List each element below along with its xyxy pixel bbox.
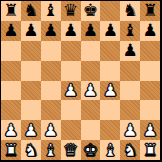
square-c4[interactable] [41, 81, 61, 101]
square-e6[interactable] [81, 41, 101, 61]
square-g5[interactable] [120, 61, 140, 81]
square-b4[interactable] [21, 81, 41, 101]
white-pawn-c2[interactable]: ♟ [43, 121, 58, 138]
white-bishop-f1[interactable]: ♝ [103, 141, 118, 158]
square-h5[interactable] [140, 61, 160, 81]
square-d2[interactable] [61, 120, 81, 140]
black-bishop-c8[interactable]: ♝ [43, 2, 58, 19]
black-queen-d8[interactable]: ♛ [63, 2, 78, 19]
square-f3[interactable] [100, 100, 120, 120]
square-h4[interactable] [140, 81, 160, 101]
square-g4[interactable] [120, 81, 140, 101]
square-e4[interactable]: ♟ [81, 81, 101, 101]
white-knight-b1[interactable]: ♞ [23, 141, 38, 158]
white-king-e1[interactable]: ♚ [83, 141, 98, 158]
square-b3[interactable] [21, 100, 41, 120]
square-e8[interactable]: ♚ [81, 1, 101, 21]
square-f1[interactable]: ♝ [100, 140, 120, 160]
square-e5[interactable] [81, 61, 101, 81]
square-e7[interactable]: ♟ [81, 21, 101, 41]
white-queen-d1[interactable]: ♛ [63, 141, 78, 158]
square-d5[interactable] [61, 61, 81, 81]
square-c6[interactable] [41, 41, 61, 61]
square-b6[interactable] [21, 41, 41, 61]
square-f4[interactable]: ♟ [100, 81, 120, 101]
square-b2[interactable]: ♟ [21, 120, 41, 140]
white-pawn-h2[interactable]: ♟ [142, 121, 157, 138]
black-knight-g8[interactable]: ♞ [123, 2, 138, 19]
black-pawn-c7[interactable]: ♟ [43, 22, 58, 39]
square-d3[interactable] [61, 100, 81, 120]
square-a2[interactable]: ♟ [1, 120, 21, 140]
square-c5[interactable] [41, 61, 61, 81]
square-h1[interactable]: ♜ [140, 140, 160, 160]
square-e3[interactable] [81, 100, 101, 120]
square-d6[interactable] [61, 41, 81, 61]
chess-board: ♜♞♝♛♚♞♜♟♟♟♟♟♟♝♟♟♟♟♟♟♟♟♟♟♜♞♝♛♚♝♞♜ [1, 1, 160, 160]
white-pawn-d4[interactable]: ♟ [63, 81, 78, 98]
square-g7[interactable]: ♝ [120, 21, 140, 41]
white-knight-g1[interactable]: ♞ [123, 141, 138, 158]
black-rook-h8[interactable]: ♜ [142, 2, 157, 19]
chess-board-frame: ♜♞♝♛♚♞♜♟♟♟♟♟♟♝♟♟♟♟♟♟♟♟♟♟♜♞♝♛♚♝♞♜ [0, 0, 162, 162]
square-c8[interactable]: ♝ [41, 1, 61, 21]
square-d7[interactable]: ♟ [61, 21, 81, 41]
square-a1[interactable]: ♜ [1, 140, 21, 160]
square-f7[interactable]: ♟ [100, 21, 120, 41]
black-pawn-e7[interactable]: ♟ [83, 22, 98, 39]
square-a6[interactable] [1, 41, 21, 61]
black-king-e8[interactable]: ♚ [83, 2, 98, 19]
square-a4[interactable] [1, 81, 21, 101]
black-pawn-h7[interactable]: ♟ [142, 22, 157, 39]
square-b1[interactable]: ♞ [21, 140, 41, 160]
square-h7[interactable]: ♟ [140, 21, 160, 41]
square-g6[interactable]: ♟ [120, 41, 140, 61]
square-d4[interactable]: ♟ [61, 81, 81, 101]
white-pawn-b2[interactable]: ♟ [23, 121, 38, 138]
square-b8[interactable]: ♞ [21, 1, 41, 21]
black-knight-b8[interactable]: ♞ [23, 2, 38, 19]
square-b5[interactable] [21, 61, 41, 81]
square-h6[interactable] [140, 41, 160, 61]
square-f2[interactable] [100, 120, 120, 140]
white-pawn-a2[interactable]: ♟ [3, 121, 18, 138]
white-pawn-e4[interactable]: ♟ [83, 81, 98, 98]
white-rook-h1[interactable]: ♜ [142, 141, 157, 158]
square-g8[interactable]: ♞ [120, 1, 140, 21]
square-d8[interactable]: ♛ [61, 1, 81, 21]
square-f5[interactable] [100, 61, 120, 81]
black-bishop-g7[interactable]: ♝ [123, 22, 138, 39]
white-pawn-g2[interactable]: ♟ [123, 121, 138, 138]
square-a7[interactable]: ♟ [1, 21, 21, 41]
black-pawn-f7[interactable]: ♟ [103, 22, 118, 39]
square-g1[interactable]: ♞ [120, 140, 140, 160]
square-c2[interactable]: ♟ [41, 120, 61, 140]
black-pawn-g6[interactable]: ♟ [123, 42, 138, 59]
black-rook-a8[interactable]: ♜ [3, 2, 18, 19]
square-g3[interactable] [120, 100, 140, 120]
square-g2[interactable]: ♟ [120, 120, 140, 140]
square-a5[interactable] [1, 61, 21, 81]
square-b7[interactable]: ♟ [21, 21, 41, 41]
square-c3[interactable] [41, 100, 61, 120]
black-pawn-a7[interactable]: ♟ [3, 22, 18, 39]
black-pawn-d7[interactable]: ♟ [63, 22, 78, 39]
white-pawn-f4[interactable]: ♟ [103, 81, 118, 98]
black-pawn-b7[interactable]: ♟ [23, 22, 38, 39]
square-e1[interactable]: ♚ [81, 140, 101, 160]
square-f8[interactable] [100, 1, 120, 21]
square-f6[interactable] [100, 41, 120, 61]
white-bishop-c1[interactable]: ♝ [43, 141, 58, 158]
white-rook-a1[interactable]: ♜ [3, 141, 18, 158]
square-c7[interactable]: ♟ [41, 21, 61, 41]
square-e2[interactable] [81, 120, 101, 140]
square-c1[interactable]: ♝ [41, 140, 61, 160]
square-d1[interactable]: ♛ [61, 140, 81, 160]
square-h3[interactable] [140, 100, 160, 120]
square-a3[interactable] [1, 100, 21, 120]
square-h8[interactable]: ♜ [140, 1, 160, 21]
square-a8[interactable]: ♜ [1, 1, 21, 21]
square-h2[interactable]: ♟ [140, 120, 160, 140]
